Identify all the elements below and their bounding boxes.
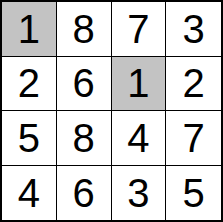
grid-cell-r3c1[interactable]: 5 bbox=[2, 111, 57, 166]
grid-cell-r1c4[interactable]: 3 bbox=[166, 2, 221, 57]
grid-cell-r2c2[interactable]: 6 bbox=[57, 57, 112, 112]
grid-cell-r4c3[interactable]: 3 bbox=[112, 166, 167, 221]
grid-cell-r4c2[interactable]: 6 bbox=[57, 166, 112, 221]
grid-cell-r1c3[interactable]: 7 bbox=[112, 2, 167, 57]
grid-cell-r4c1[interactable]: 4 bbox=[2, 166, 57, 221]
grid-cell-r2c1[interactable]: 2 bbox=[2, 57, 57, 112]
puzzle-board: 1873261258474635 bbox=[0, 0, 223, 222]
grid-cell-r2c4[interactable]: 2 bbox=[166, 57, 221, 112]
grid-cell-r4c4[interactable]: 5 bbox=[166, 166, 221, 221]
grid-cell-r3c2[interactable]: 8 bbox=[57, 111, 112, 166]
grid-cell-r3c3[interactable]: 4 bbox=[112, 111, 167, 166]
grid-cell-r3c4[interactable]: 7 bbox=[166, 111, 221, 166]
grid-cell-r2c3[interactable]: 1 bbox=[112, 57, 167, 112]
grid-cell-r1c2[interactable]: 8 bbox=[57, 2, 112, 57]
grid-cell-r1c1[interactable]: 1 bbox=[2, 2, 57, 57]
